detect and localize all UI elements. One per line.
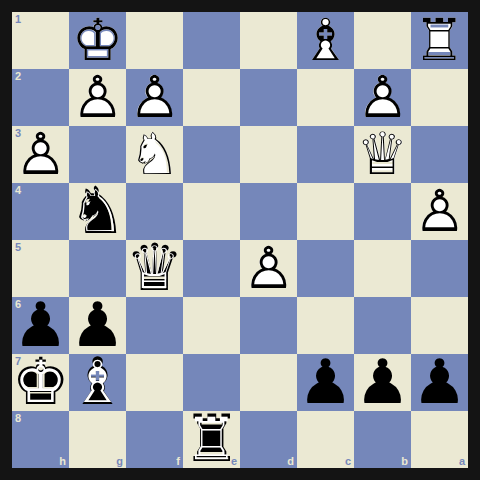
square-a5[interactable] [411,240,468,297]
square-d4[interactable] [240,183,297,240]
rank-label-2: 2 [15,70,21,82]
square-e8[interactable]: e♜♖ [183,411,240,468]
square-d3[interactable] [240,126,297,183]
square-h8[interactable]: 8h [12,411,69,468]
piece-white-queen[interactable]: ♛♕ [354,126,411,183]
square-c1[interactable]: ♝♗ [297,12,354,69]
square-g7[interactable]: ♝♗ [69,354,126,411]
square-e2[interactable] [183,69,240,126]
square-b6[interactable] [354,297,411,354]
square-a8[interactable]: a [411,411,468,468]
square-c4[interactable] [297,183,354,240]
square-c6[interactable] [297,297,354,354]
square-b7[interactable]: ♟ [354,354,411,411]
square-d2[interactable] [240,69,297,126]
rank-label-4: 4 [15,184,21,196]
square-h3[interactable]: 3♟♙ [12,126,69,183]
piece-white-pawn[interactable]: ♟♙ [69,69,126,126]
square-c8[interactable]: c [297,411,354,468]
piece-white-pawn[interactable]: ♟♙ [240,240,297,297]
square-f4[interactable] [126,183,183,240]
square-g3[interactable] [69,126,126,183]
piece-black-pawn[interactable]: ♟ [354,354,411,411]
square-g5[interactable] [69,240,126,297]
square-h5[interactable]: 5 [12,240,69,297]
square-b2[interactable]: ♟♙ [354,69,411,126]
square-d8[interactable]: d [240,411,297,468]
board-frame: 1♚♔♝♗♜♖2♟♙♟♙♟♙3♟♙♞♘♛♕4♞♘♟♙5♛♕♟♙6♟♟7♚♔♝♗♟… [0,0,480,480]
square-d5[interactable]: ♟♙ [240,240,297,297]
square-e6[interactable] [183,297,240,354]
square-a4[interactable]: ♟♙ [411,183,468,240]
rank-label-3: 3 [15,127,21,139]
file-label-e: e [231,455,237,467]
square-g2[interactable]: ♟♙ [69,69,126,126]
square-e1[interactable] [183,12,240,69]
square-h2[interactable]: 2 [12,69,69,126]
piece-black-pawn[interactable]: ♟ [297,354,354,411]
piece-black-queen[interactable]: ♛♕ [126,240,183,297]
square-a1[interactable]: ♜♖ [411,12,468,69]
square-h6[interactable]: 6♟ [12,297,69,354]
rank-label-8: 8 [15,412,21,424]
square-c2[interactable] [297,69,354,126]
chess-board: 1♚♔♝♗♜♖2♟♙♟♙♟♙3♟♙♞♘♛♕4♞♘♟♙5♛♕♟♙6♟♟7♚♔♝♗♟… [12,12,468,468]
rank-label-7: 7 [15,355,21,367]
file-label-f: f [176,455,180,467]
square-g4[interactable]: ♞♘ [69,183,126,240]
file-label-a: a [459,455,465,467]
square-f3[interactable]: ♞♘ [126,126,183,183]
piece-white-pawn[interactable]: ♟♙ [354,69,411,126]
piece-white-pawn[interactable]: ♟♙ [411,183,468,240]
square-f2[interactable]: ♟♙ [126,69,183,126]
piece-white-rook[interactable]: ♜♖ [411,12,468,69]
file-label-c: c [345,455,351,467]
square-e3[interactable] [183,126,240,183]
square-b5[interactable] [354,240,411,297]
square-a6[interactable] [411,297,468,354]
square-c5[interactable] [297,240,354,297]
square-g1[interactable]: ♚♔ [69,12,126,69]
file-label-g: g [116,455,123,467]
square-d7[interactable] [240,354,297,411]
square-d1[interactable] [240,12,297,69]
square-d6[interactable] [240,297,297,354]
square-b4[interactable] [354,183,411,240]
square-f8[interactable]: f [126,411,183,468]
square-e4[interactable] [183,183,240,240]
piece-black-pawn[interactable]: ♟ [69,297,126,354]
square-g8[interactable]: g [69,411,126,468]
piece-black-pawn[interactable]: ♟ [411,354,468,411]
square-e5[interactable] [183,240,240,297]
piece-black-knight[interactable]: ♞♘ [69,183,126,240]
square-c3[interactable] [297,126,354,183]
file-label-h: h [59,455,66,467]
file-label-d: d [287,455,294,467]
file-label-b: b [401,455,408,467]
piece-black-bishop[interactable]: ♝♗ [69,354,126,411]
square-a2[interactable] [411,69,468,126]
square-c7[interactable]: ♟ [297,354,354,411]
square-b1[interactable] [354,12,411,69]
square-f6[interactable] [126,297,183,354]
piece-white-king[interactable]: ♚♔ [69,12,126,69]
piece-white-pawn[interactable]: ♟♙ [126,69,183,126]
piece-white-knight[interactable]: ♞♘ [126,126,183,183]
square-b8[interactable]: b [354,411,411,468]
square-f1[interactable] [126,12,183,69]
square-f7[interactable] [126,354,183,411]
square-e7[interactable] [183,354,240,411]
rank-label-1: 1 [15,13,21,25]
piece-white-bishop[interactable]: ♝♗ [297,12,354,69]
rank-label-6: 6 [15,298,21,310]
square-h7[interactable]: 7♚♔ [12,354,69,411]
square-a3[interactable] [411,126,468,183]
square-h1[interactable]: 1 [12,12,69,69]
square-a7[interactable]: ♟ [411,354,468,411]
rank-label-5: 5 [15,241,21,253]
square-h4[interactable]: 4 [12,183,69,240]
square-f5[interactable]: ♛♕ [126,240,183,297]
square-g6[interactable]: ♟ [69,297,126,354]
square-b3[interactable]: ♛♕ [354,126,411,183]
